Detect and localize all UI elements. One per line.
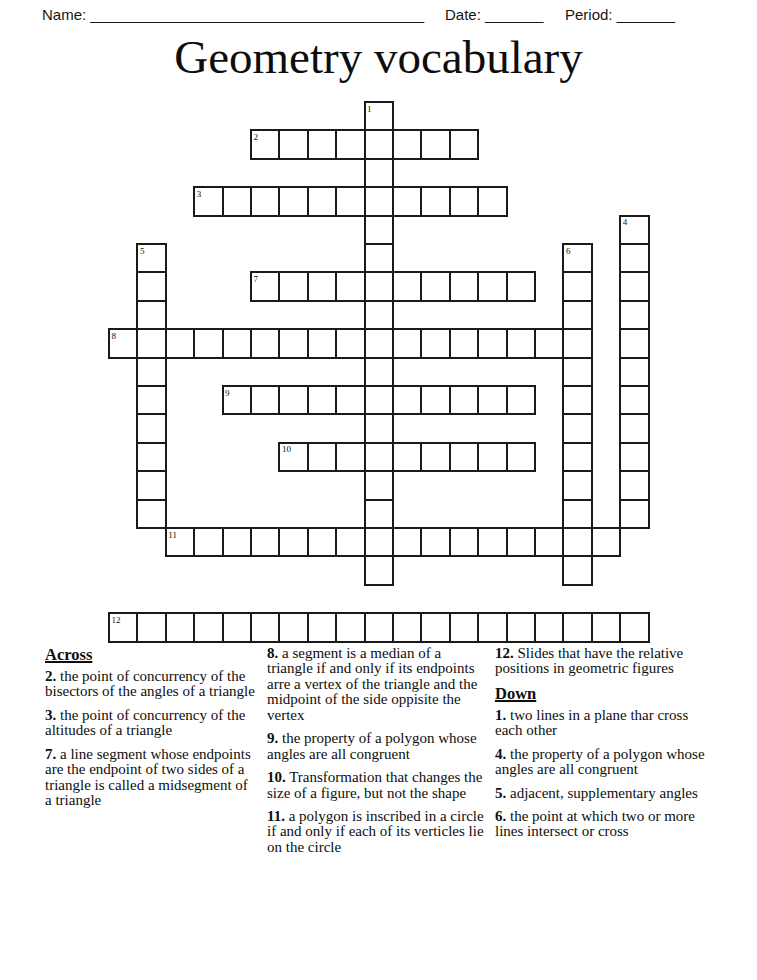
grid-cell[interactable]	[562, 442, 592, 472]
grid-cell[interactable]	[619, 470, 649, 500]
grid-cell[interactable]	[136, 328, 166, 358]
grid-cell[interactable]	[619, 385, 649, 415]
grid-cell[interactable]	[562, 413, 592, 443]
name-blank-line: ________________________________________	[90, 6, 424, 23]
grid-cell[interactable]	[506, 527, 536, 557]
clue-item-text: a polygon is inscribed in a circle if an…	[267, 808, 484, 855]
grid-cell[interactable]	[222, 328, 252, 358]
grid-cell[interactable]	[364, 612, 394, 642]
grid-cell[interactable]	[193, 328, 223, 358]
grid-cell[interactable]	[307, 129, 337, 159]
grid-cell[interactable]	[364, 186, 394, 216]
clue-item-text: adjacent, supplementary angles	[506, 785, 698, 801]
grid-cell[interactable]	[392, 186, 422, 216]
grid-cell[interactable]	[335, 271, 365, 301]
grid-cell[interactable]	[278, 186, 308, 216]
grid-cell[interactable]	[562, 470, 592, 500]
clue-item-number: 2.	[45, 668, 56, 684]
grid-cell[interactable]	[278, 328, 308, 358]
clue-item: 10. Transformation that changes the size…	[267, 770, 485, 801]
grid-cell[interactable]	[222, 186, 252, 216]
clue-number: 9	[225, 389, 230, 398]
period-label: Period:	[565, 6, 613, 23]
grid-cell[interactable]	[136, 499, 166, 529]
grid-cell[interactable]	[364, 158, 394, 188]
crossword-board: 123456789101112	[108, 101, 650, 643]
clue-item-text: the property of a polygon whose angles a…	[267, 730, 477, 761]
grid-cell[interactable]	[364, 385, 394, 415]
grid-cell[interactable]	[562, 527, 592, 557]
grid-cell[interactable]	[222, 527, 252, 557]
grid-cell[interactable]	[392, 385, 422, 415]
grid-cell[interactable]	[364, 271, 394, 301]
grid-cell[interactable]	[307, 442, 337, 472]
clue-item-number: 12.	[495, 645, 514, 661]
grid-cell[interactable]	[250, 328, 280, 358]
grid-cell[interactable]	[278, 129, 308, 159]
grid-cell[interactable]	[278, 612, 308, 642]
clue-item-number: 4.	[495, 746, 506, 762]
grid-cell[interactable]	[477, 385, 507, 415]
grid-cell[interactable]	[420, 186, 450, 216]
down-heading: Down	[495, 685, 712, 702]
clue-item: 8. a segment is a median of a triangle i…	[267, 646, 485, 723]
grid-cell[interactable]	[619, 413, 649, 443]
grid-cell[interactable]	[506, 271, 536, 301]
clue-item: 4. the property of a polygon whose angle…	[495, 747, 712, 778]
clue-item: 2. the point of concurrency of the bisec…	[45, 669, 257, 700]
grid-cell[interactable]	[420, 385, 450, 415]
clue-number: 11	[168, 531, 177, 540]
grid-cell[interactable]	[477, 442, 507, 472]
clue-item-text: the property of a polygon whose angles a…	[495, 746, 705, 777]
clue-item-text: Transformation that changes the size of …	[267, 769, 482, 800]
worksheet-page: Name: __________________________________…	[0, 0, 757, 980]
clue-item-number: 8.	[267, 645, 278, 661]
grid-cell[interactable]	[307, 186, 337, 216]
grid-cell[interactable]	[335, 186, 365, 216]
grid-cell[interactable]	[250, 186, 280, 216]
grid-cell[interactable]	[165, 612, 195, 642]
clue-number: 7	[254, 275, 259, 284]
grid-cell[interactable]	[619, 442, 649, 472]
grid-cell[interactable]	[364, 328, 394, 358]
clue-number: 10	[282, 445, 291, 454]
date-blank-line: _______	[485, 6, 543, 23]
grid-cell[interactable]	[449, 129, 479, 159]
clue-item: 1. two lines in a plane thar cross each …	[495, 708, 712, 739]
grid-cell[interactable]	[619, 300, 649, 330]
clue-item: 11. a polygon is inscribed in a circle i…	[267, 809, 485, 855]
clue-item: 9. the property of a polygon whose angle…	[267, 731, 485, 762]
grid-cell[interactable]	[534, 527, 564, 557]
grid-cell[interactable]	[477, 186, 507, 216]
grid-cell[interactable]	[307, 527, 337, 557]
grid-cell[interactable]	[619, 328, 649, 358]
clue-item-number: 3.	[45, 707, 56, 723]
clue-item-text: the point of concurrency of the altitude…	[45, 707, 245, 738]
grid-cell[interactable]	[534, 612, 564, 642]
grid-cell[interactable]	[364, 527, 394, 557]
grid-cell[interactable]	[364, 470, 394, 500]
grid-cell[interactable]	[136, 413, 166, 443]
grid-cell[interactable]	[506, 442, 536, 472]
grid-cell[interactable]	[591, 612, 621, 642]
clue-number: 3	[197, 190, 202, 199]
grid-cell[interactable]	[136, 357, 166, 387]
clue-column-2: 8. a segment is a median of a triangle i…	[267, 646, 485, 863]
grid-cell[interactable]	[420, 271, 450, 301]
date-label: Date:	[445, 6, 481, 23]
grid-cell[interactable]	[562, 328, 592, 358]
grid-cell[interactable]	[250, 527, 280, 557]
grid-cell[interactable]	[335, 385, 365, 415]
grid-cell[interactable]	[619, 243, 649, 273]
grid-cell[interactable]	[562, 612, 592, 642]
grid-cell[interactable]	[307, 271, 337, 301]
grid-cell[interactable]	[591, 527, 621, 557]
grid-cell[interactable]	[420, 129, 450, 159]
clue-number: 12	[112, 616, 121, 625]
clue-item: 5. adjacent, supplementary angles	[495, 786, 712, 801]
clue-item: 3. the point of concurrency of the altit…	[45, 708, 257, 739]
grid-cell[interactable]	[449, 385, 479, 415]
grid-cell[interactable]	[534, 328, 564, 358]
grid-cell[interactable]	[449, 442, 479, 472]
grid-cell[interactable]	[477, 328, 507, 358]
grid-cell[interactable]	[307, 385, 337, 415]
grid-cell[interactable]	[506, 385, 536, 415]
clue-number: 2	[254, 133, 259, 142]
grid-cell[interactable]	[250, 385, 280, 415]
clue-area: Across 2. the point of concurrency of th…	[45, 646, 712, 863]
name-field: Name: __________________________________…	[42, 6, 424, 23]
clue-number: 8	[112, 332, 117, 341]
grid-cell[interactable]	[193, 527, 223, 557]
grid-cell[interactable]	[165, 328, 195, 358]
clue-number: 1	[367, 105, 372, 114]
grid-cell[interactable]	[335, 442, 365, 472]
clue-item-text: two lines in a plane thar cross each oth…	[495, 707, 688, 738]
grid-cell[interactable]	[392, 527, 422, 557]
grid-cell[interactable]	[420, 442, 450, 472]
clue-item-number: 10.	[267, 769, 286, 785]
grid-cell[interactable]	[449, 328, 479, 358]
grid-cell[interactable]	[477, 527, 507, 557]
grid-cell[interactable]	[562, 300, 592, 330]
grid-cell[interactable]	[392, 442, 422, 472]
grid-cell[interactable]	[477, 612, 507, 642]
grid-cell[interactable]	[619, 612, 649, 642]
clue-item: 7. a line segment whose endpoints are th…	[45, 747, 257, 809]
grid-cell[interactable]	[506, 328, 536, 358]
clue-item-number: 5.	[495, 785, 506, 801]
grid-cell[interactable]	[449, 527, 479, 557]
grid-cell[interactable]	[364, 215, 394, 245]
grid-cell[interactable]	[619, 357, 649, 387]
name-label: Name:	[42, 6, 86, 23]
grid-cell[interactable]	[136, 470, 166, 500]
across-heading: Across	[45, 646, 257, 663]
clue-item: 6. the point at which two or more lines …	[495, 809, 712, 840]
grid-cell[interactable]	[335, 527, 365, 557]
clue-number: 4	[623, 218, 628, 227]
grid-cell[interactable]	[136, 271, 166, 301]
grid-cell[interactable]	[392, 328, 422, 358]
grid-cell[interactable]	[619, 271, 649, 301]
clue-item-number: 7.	[45, 746, 56, 762]
grid-cell[interactable]	[335, 328, 365, 358]
clue-item-text: the point of concurrency of the bisector…	[45, 668, 255, 699]
grid-cell[interactable]	[335, 612, 365, 642]
period-blank-line: _______	[617, 6, 675, 23]
date-field: Date: _______	[445, 6, 543, 23]
grid-cell[interactable]	[278, 385, 308, 415]
clue-item-number: 1.	[495, 707, 506, 723]
clue-item-text: Slides that have the relative positions …	[495, 645, 683, 676]
grid-cell[interactable]	[619, 499, 649, 529]
grid-cell[interactable]	[193, 612, 223, 642]
clue-number: 5	[140, 247, 145, 256]
grid-cell[interactable]	[222, 612, 252, 642]
clue-item-text: a segment is a median of a triangle if a…	[267, 645, 477, 723]
grid-cell[interactable]	[335, 129, 365, 159]
clue-number: 6	[566, 247, 571, 256]
grid-cell[interactable]	[477, 271, 507, 301]
grid-cell[interactable]	[364, 357, 394, 387]
clue-item-number: 9.	[267, 730, 278, 746]
grid-cell[interactable]	[364, 442, 394, 472]
grid-cell[interactable]	[562, 385, 592, 415]
clue-item-text: the point at which two or more lines int…	[495, 808, 695, 839]
grid-cell[interactable]	[420, 527, 450, 557]
grid-cell[interactable]	[506, 612, 536, 642]
grid-cell[interactable]	[392, 271, 422, 301]
grid-cell[interactable]	[250, 612, 280, 642]
grid-cell[interactable]	[364, 555, 394, 585]
grid-cell[interactable]	[392, 612, 422, 642]
grid-cell[interactable]	[562, 499, 592, 529]
grid-cell[interactable]	[420, 612, 450, 642]
grid-cell[interactable]	[136, 300, 166, 330]
grid-cell[interactable]	[562, 271, 592, 301]
grid-cell[interactable]	[136, 385, 166, 415]
grid-cell[interactable]	[136, 612, 166, 642]
grid-cell[interactable]	[449, 186, 479, 216]
grid-cell[interactable]	[278, 271, 308, 301]
clue-item-number: 6.	[495, 808, 506, 824]
period-field: Period: _______	[565, 6, 675, 23]
grid-cell[interactable]	[307, 612, 337, 642]
clue-item-text: a line segment whose endpoints are the e…	[45, 746, 251, 808]
worksheet-header: Name: __________________________________…	[0, 6, 757, 30]
grid-cell[interactable]	[449, 271, 479, 301]
clue-column-1: Across 2. the point of concurrency of th…	[45, 646, 257, 863]
grid-cell[interactable]	[136, 442, 166, 472]
grid-cell[interactable]	[364, 243, 394, 273]
grid-cell[interactable]	[449, 612, 479, 642]
grid-cell[interactable]	[278, 527, 308, 557]
clue-column-3: 12. Slides that have the relative positi…	[495, 646, 712, 863]
grid-cell[interactable]	[364, 499, 394, 529]
grid-cell[interactable]	[562, 555, 592, 585]
puzzle-title: Geometry vocabulary	[0, 30, 757, 84]
grid-cell[interactable]	[562, 357, 592, 387]
grid-cell[interactable]	[364, 413, 394, 443]
grid-cell[interactable]	[364, 300, 394, 330]
grid-cell[interactable]	[420, 328, 450, 358]
clue-item: 12. Slides that have the relative positi…	[495, 646, 712, 677]
grid-cell[interactable]	[307, 328, 337, 358]
clue-item-number: 11.	[267, 808, 285, 824]
grid-cell[interactable]	[392, 129, 422, 159]
grid-cell[interactable]	[364, 129, 394, 159]
